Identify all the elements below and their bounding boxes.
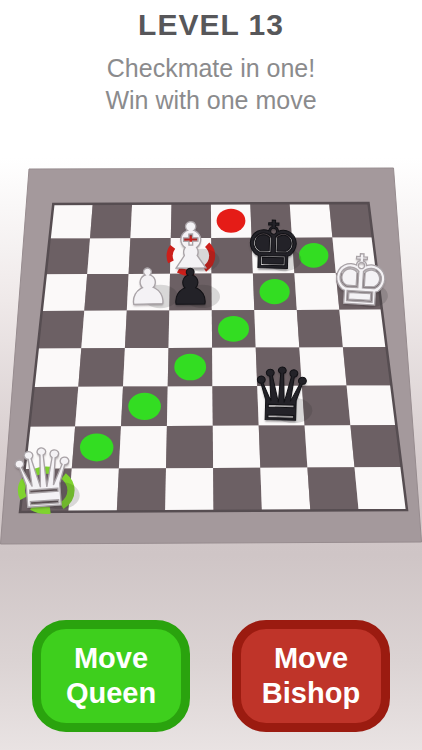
square-h8 bbox=[329, 203, 373, 238]
square-d5 bbox=[169, 310, 213, 348]
square-g6 bbox=[294, 273, 339, 310]
puzzle-subtitle: Checkmate in one! Win with one move bbox=[0, 52, 422, 116]
square-e1 bbox=[213, 468, 262, 511]
square-f8 bbox=[250, 203, 292, 238]
square-h7 bbox=[332, 237, 377, 273]
square-a7 bbox=[46, 238, 90, 274]
square-c5 bbox=[125, 310, 169, 348]
square-c1 bbox=[117, 468, 166, 511]
move-dot-green-d4[interactable] bbox=[174, 354, 206, 381]
square-e4 bbox=[212, 348, 257, 387]
square-h2 bbox=[350, 425, 401, 467]
move-queen-button[interactable]: Move Queen bbox=[32, 620, 190, 732]
square-b8 bbox=[90, 204, 132, 239]
move-dot-red-e8[interactable] bbox=[217, 209, 246, 233]
move-dot-green-b2[interactable] bbox=[80, 433, 113, 461]
game-screen: LEVEL 13 Checkmate in one! Win with one … bbox=[0, 0, 422, 750]
square-c4 bbox=[123, 348, 169, 387]
square-d8 bbox=[171, 204, 211, 239]
level-title: LEVEL 13 bbox=[0, 8, 422, 42]
square-g8 bbox=[290, 203, 333, 238]
action-buttons: Move Queen Move Bishop bbox=[0, 620, 422, 732]
square-d3 bbox=[167, 386, 213, 426]
square-e2 bbox=[213, 426, 260, 468]
square-h5 bbox=[339, 310, 386, 348]
move-dot-green-e5[interactable] bbox=[218, 316, 249, 342]
piece-shadow bbox=[353, 284, 388, 307]
move-dot-green-c3[interactable] bbox=[128, 393, 161, 420]
square-h4 bbox=[343, 347, 392, 386]
piece-shadow bbox=[185, 249, 219, 272]
square-b5 bbox=[81, 311, 127, 349]
square-f1 bbox=[260, 468, 310, 511]
move-dot-green-g7[interactable] bbox=[299, 243, 328, 268]
header: LEVEL 13 Checkmate in one! Win with one … bbox=[0, 0, 422, 116]
square-a8 bbox=[50, 204, 93, 239]
square-f4 bbox=[256, 347, 302, 386]
piece-shadow bbox=[40, 482, 80, 510]
square-d2 bbox=[166, 426, 213, 468]
piece-shadow bbox=[143, 285, 178, 308]
square-g1 bbox=[307, 467, 358, 510]
square-f5 bbox=[254, 310, 299, 348]
piece-shadow bbox=[185, 285, 220, 308]
piece-shadow bbox=[274, 398, 312, 423]
square-c8 bbox=[130, 204, 171, 239]
square-g4 bbox=[299, 347, 346, 386]
square-a3 bbox=[29, 387, 78, 427]
square-h3 bbox=[347, 385, 397, 425]
square-b6 bbox=[84, 274, 128, 311]
piece-shadow bbox=[267, 248, 301, 271]
square-g5 bbox=[297, 310, 343, 348]
move-bishop-button[interactable]: Move Bishop bbox=[232, 620, 390, 732]
square-c2 bbox=[119, 426, 167, 468]
square-e3 bbox=[212, 386, 258, 426]
square-g2 bbox=[305, 425, 355, 467]
subtitle-line-1: Checkmate in one! bbox=[0, 52, 422, 84]
square-b3 bbox=[75, 387, 123, 427]
square-c7 bbox=[129, 238, 171, 274]
square-d1 bbox=[165, 468, 213, 511]
square-a4 bbox=[34, 348, 82, 387]
square-b4 bbox=[78, 348, 125, 387]
square-h1 bbox=[355, 467, 408, 510]
move-dot-green-f6[interactable] bbox=[260, 279, 290, 304]
square-a6 bbox=[42, 274, 87, 311]
square-f2 bbox=[259, 425, 308, 467]
square-a5 bbox=[38, 311, 85, 349]
square-a2 bbox=[25, 427, 75, 469]
square-b7 bbox=[87, 238, 130, 274]
subtitle-line-2: Win with one move bbox=[0, 84, 422, 116]
